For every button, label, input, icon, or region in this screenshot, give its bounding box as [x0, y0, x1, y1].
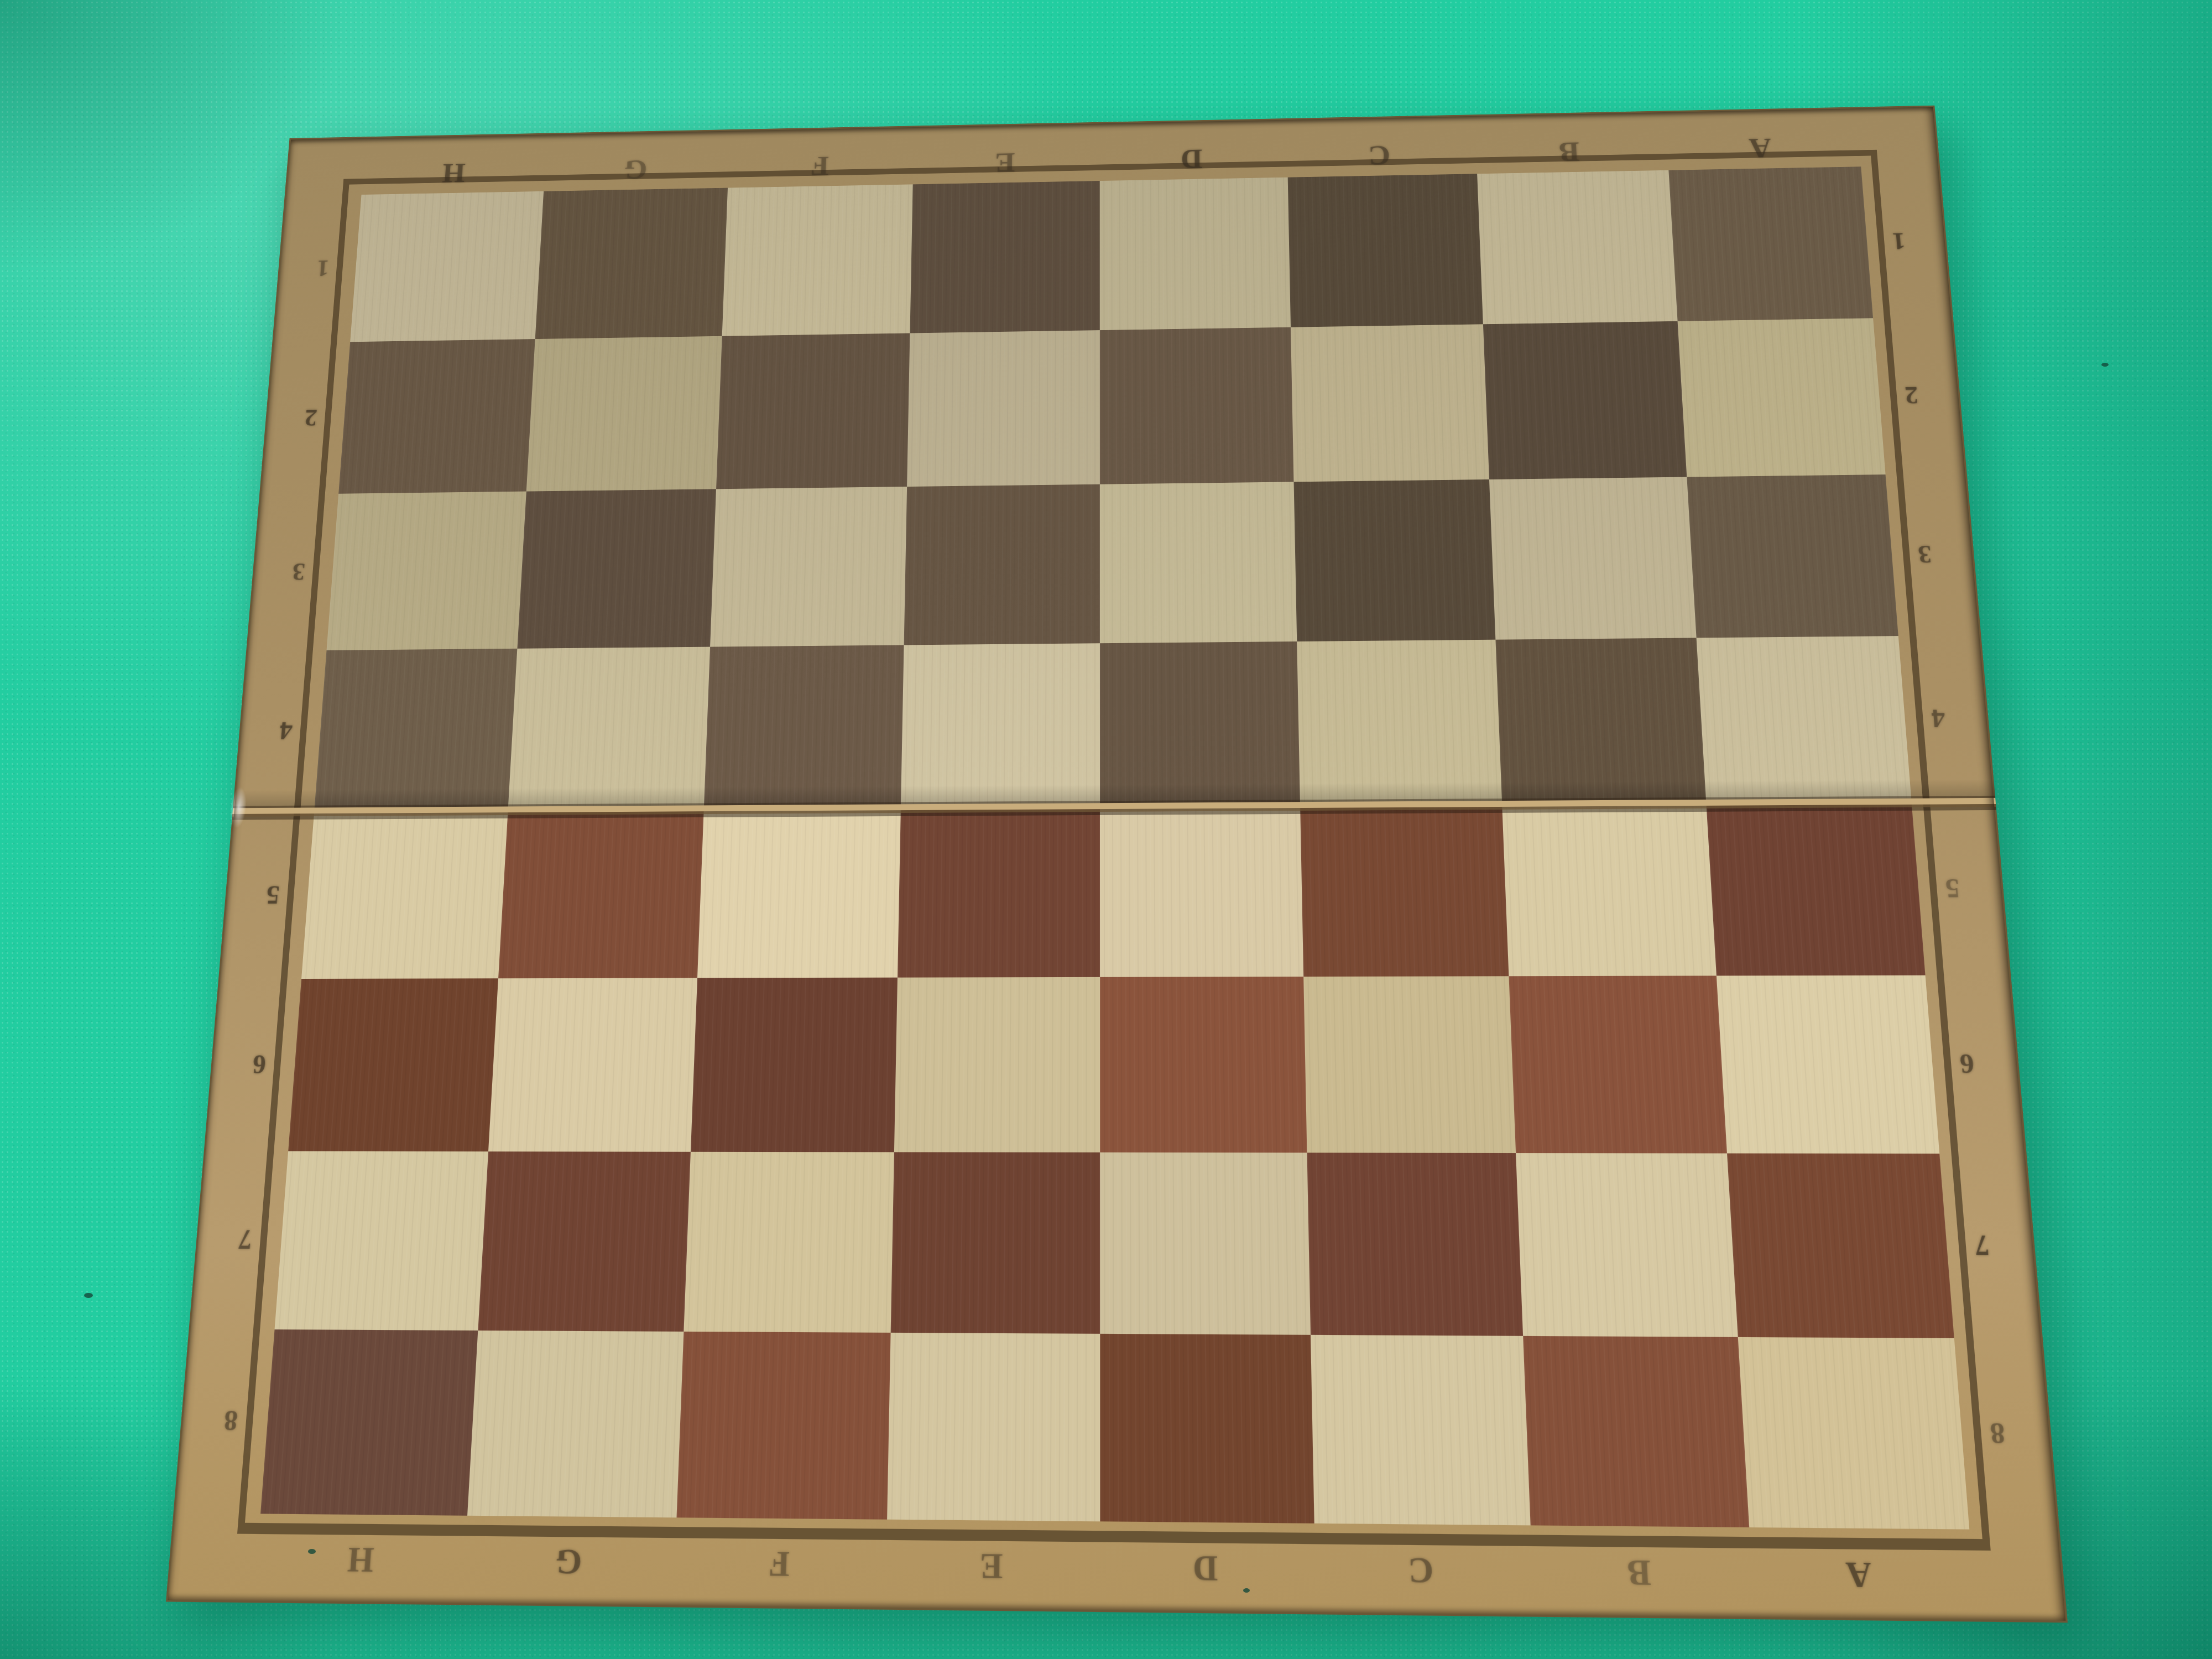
- coordinate-stamp-d: D: [1192, 1547, 1218, 1590]
- label-cell: B: [1529, 1551, 1750, 1595]
- label-cell: F: [673, 1542, 885, 1587]
- square-b7[interactable]: [1516, 1153, 1738, 1337]
- square-h2[interactable]: [338, 339, 535, 494]
- label-cell: 3: [1886, 474, 1965, 636]
- label-cell: 4: [1898, 635, 1979, 803]
- square-e2[interactable]: [907, 330, 1099, 487]
- square-d2[interactable]: [1099, 327, 1293, 484]
- square-h7[interactable]: [275, 1151, 489, 1331]
- square-d7[interactable]: [1100, 1152, 1311, 1335]
- square-b3[interactable]: [1489, 477, 1696, 640]
- coordinate-stamp-h: H: [346, 1539, 375, 1580]
- coordinate-stamp-1: 1: [316, 255, 330, 281]
- square-a6[interactable]: [1717, 975, 1940, 1154]
- square-f4[interactable]: [703, 645, 904, 810]
- label-cell: A: [1663, 131, 1858, 166]
- square-c4[interactable]: [1297, 640, 1502, 806]
- coordinate-stamp-g: G: [624, 154, 648, 186]
- square-b1[interactable]: [1477, 170, 1677, 324]
- label-cell: 5: [1912, 802, 1994, 975]
- square-e1[interactable]: [910, 181, 1100, 333]
- square-f3[interactable]: [710, 487, 907, 647]
- label-cell: 1: [1861, 165, 1937, 318]
- square-f8[interactable]: [676, 1332, 891, 1520]
- label-cell: E: [885, 1545, 1098, 1589]
- cloth-speck: [84, 1293, 93, 1298]
- coordinate-stamp-e: E: [979, 1545, 1003, 1587]
- label-cell: 4: [248, 650, 323, 812]
- coordinate-stamp-3: 3: [1917, 540, 1933, 569]
- square-d8[interactable]: [1100, 1334, 1314, 1524]
- square-e4[interactable]: [901, 643, 1099, 808]
- coordinate-stamp-a: A: [1844, 1553, 1873, 1597]
- coordinate-stamp-2: 2: [1904, 381, 1919, 409]
- square-h4[interactable]: [314, 649, 518, 812]
- label-cell: G: [544, 152, 728, 187]
- square-g1[interactable]: [535, 188, 728, 339]
- label-cell: 1: [287, 195, 358, 343]
- square-f5[interactable]: [697, 808, 901, 978]
- square-g7[interactable]: [478, 1151, 691, 1332]
- label-cell: D: [1098, 1546, 1313, 1590]
- label-cell: C: [1285, 138, 1475, 174]
- square-g4[interactable]: [508, 647, 710, 811]
- square-b8[interactable]: [1523, 1336, 1749, 1527]
- label-cell: 3: [262, 494, 336, 651]
- label-cell: A: [1747, 1553, 1971, 1598]
- label-cell: H: [362, 156, 545, 191]
- square-e6[interactable]: [894, 977, 1100, 1152]
- coordinate-stamp-b: B: [1626, 1552, 1652, 1595]
- square-a3[interactable]: [1687, 474, 1898, 638]
- square-d3[interactable]: [1099, 482, 1297, 643]
- square-g5[interactable]: [498, 810, 703, 978]
- square-g2[interactable]: [526, 336, 722, 492]
- label-cell: 7: [1939, 1154, 2025, 1338]
- square-c3[interactable]: [1293, 479, 1495, 641]
- square-c7[interactable]: [1307, 1152, 1523, 1335]
- label-cell: G: [463, 1540, 675, 1584]
- square-c8[interactable]: [1311, 1335, 1531, 1525]
- coordinate-stamp-4: 4: [1931, 703, 1947, 733]
- square-c1[interactable]: [1288, 174, 1484, 327]
- square-b6[interactable]: [1509, 975, 1727, 1153]
- square-d5[interactable]: [1099, 806, 1303, 977]
- coordinate-stamp-f: F: [810, 150, 829, 182]
- square-h1[interactable]: [350, 191, 544, 342]
- square-c2[interactable]: [1291, 324, 1489, 482]
- coordinate-stamp-5: 5: [1944, 873, 1961, 904]
- coordinate-stamp-f: F: [768, 1543, 790, 1585]
- label-cell: 7: [205, 1151, 285, 1329]
- square-a2[interactable]: [1677, 318, 1885, 477]
- coordinate-stamp-e: E: [995, 147, 1015, 179]
- square-d4[interactable]: [1099, 641, 1300, 807]
- coordinate-stamp-1: 1: [1891, 227, 1907, 255]
- square-d6[interactable]: [1100, 977, 1307, 1152]
- coordinate-stamp-6: 6: [1959, 1048, 1975, 1080]
- coordinate-stamp-4: 4: [279, 716, 294, 745]
- square-c5[interactable]: [1300, 805, 1509, 977]
- square-b5[interactable]: [1502, 804, 1716, 976]
- label-cell: 5: [234, 812, 311, 979]
- square-e8[interactable]: [887, 1333, 1099, 1521]
- square-a4[interactable]: [1696, 636, 1912, 804]
- square-h8[interactable]: [260, 1329, 478, 1516]
- coordinate-stamp-c: C: [1408, 1550, 1434, 1592]
- square-c6[interactable]: [1303, 976, 1516, 1153]
- square-a7[interactable]: [1727, 1154, 1954, 1338]
- coordinate-stamp-8: 8: [1989, 1416, 2006, 1451]
- square-a1[interactable]: [1668, 166, 1873, 321]
- label-cell: E: [912, 145, 1098, 180]
- coordinate-stamp-3: 3: [291, 557, 306, 586]
- square-h6[interactable]: [288, 978, 498, 1151]
- square-h3[interactable]: [327, 492, 527, 650]
- coordinate-stamp-h: H: [441, 157, 466, 189]
- coordinate-stamp-7: 7: [237, 1223, 253, 1255]
- square-f6[interactable]: [691, 978, 898, 1152]
- label-cell: F: [727, 149, 912, 184]
- label-cell: 8: [190, 1329, 271, 1514]
- label-cell: H: [255, 1538, 466, 1582]
- label-cell: 8: [1954, 1338, 2042, 1530]
- label-cell: C: [1312, 1548, 1530, 1593]
- square-a8[interactable]: [1738, 1337, 1969, 1530]
- square-g3[interactable]: [518, 489, 716, 649]
- coordinate-stamp-8: 8: [223, 1404, 239, 1437]
- square-d1[interactable]: [1099, 178, 1291, 330]
- square-e5[interactable]: [898, 807, 1099, 978]
- label-cell: B: [1474, 134, 1666, 170]
- square-f2[interactable]: [716, 333, 910, 489]
- coordinate-stamp-b: B: [1558, 135, 1580, 168]
- square-a5[interactable]: [1706, 803, 1925, 976]
- coordinate-stamp-7: 7: [1974, 1229, 1991, 1262]
- label-cell: 2: [1873, 317, 1951, 474]
- board-squares: [260, 166, 1969, 1529]
- coordinate-stamp-5: 5: [265, 880, 281, 910]
- label-cell: 6: [220, 979, 299, 1151]
- square-b4[interactable]: [1496, 638, 1706, 805]
- coordinate-stamp-c: C: [1368, 139, 1391, 172]
- label-cell: 2: [274, 342, 347, 494]
- square-g6[interactable]: [488, 978, 697, 1151]
- label-cell: 6: [1926, 975, 2010, 1154]
- square-h5[interactable]: [301, 811, 508, 979]
- square-e7[interactable]: [891, 1152, 1100, 1333]
- square-b2[interactable]: [1483, 321, 1687, 479]
- square-f7[interactable]: [684, 1152, 894, 1333]
- cloth-speck: [308, 1549, 316, 1554]
- label-cell: D: [1098, 142, 1286, 178]
- coordinate-stamp-6: 6: [252, 1049, 267, 1080]
- coordinate-stamp-a: A: [1748, 132, 1772, 165]
- square-g8[interactable]: [467, 1331, 684, 1517]
- coordinate-stamp-g: G: [555, 1541, 583, 1583]
- coordinate-stamp-d: D: [1181, 143, 1203, 176]
- cloth-speck: [1243, 1588, 1250, 1593]
- cloth-speck: [2101, 363, 2109, 367]
- square-f1[interactable]: [722, 184, 912, 336]
- square-e3[interactable]: [904, 484, 1100, 645]
- coordinate-stamp-2: 2: [304, 404, 318, 432]
- chessboard: HGFEDCBA HGFEDCBA 12345678 12345678: [166, 106, 2068, 1623]
